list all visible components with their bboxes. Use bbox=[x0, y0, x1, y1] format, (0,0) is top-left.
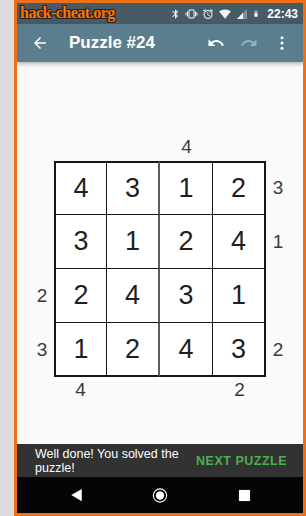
puzzle-content: 443123312412243131243242 bbox=[17, 62, 303, 444]
clue-left-1 bbox=[30, 161, 54, 215]
clue-top-3: 4 bbox=[160, 135, 213, 161]
board-cell-r4c1[interactable]: 1 bbox=[54, 323, 107, 377]
nav-back-button[interactable] bbox=[68, 487, 84, 503]
board-corner-spacer bbox=[266, 377, 290, 403]
board-cell-r2c1[interactable]: 3 bbox=[54, 215, 107, 269]
undo-button[interactable] bbox=[207, 34, 225, 52]
board-cell-r3c2[interactable]: 4 bbox=[107, 269, 160, 323]
board-corner-spacer bbox=[30, 135, 54, 161]
board-cell-r4c3[interactable]: 4 bbox=[160, 323, 213, 377]
nav-back-icon bbox=[70, 488, 83, 502]
board-cell-r4c2[interactable]: 2 bbox=[107, 323, 160, 377]
board-cell-r3c4[interactable]: 1 bbox=[213, 269, 266, 323]
clue-bottom-2 bbox=[107, 377, 160, 403]
board-cell-r1c2[interactable]: 3 bbox=[107, 161, 160, 215]
redo-icon bbox=[240, 34, 258, 52]
wifi-icon bbox=[218, 8, 232, 20]
snackbar-message: Well done! You solved the puzzle! bbox=[35, 447, 196, 475]
board-cell-r4c4[interactable]: 3 bbox=[213, 323, 266, 377]
board-cell-r1c3[interactable]: 1 bbox=[160, 161, 213, 215]
redo-button[interactable] bbox=[240, 34, 258, 52]
clue-top-2 bbox=[107, 135, 160, 161]
vibrate-icon bbox=[185, 8, 198, 20]
battery-icon bbox=[252, 7, 260, 20]
nav-home-icon bbox=[152, 487, 168, 504]
clue-left-2 bbox=[30, 215, 54, 269]
back-button[interactable] bbox=[31, 34, 49, 52]
clue-right-4: 2 bbox=[266, 323, 290, 377]
arrow-back-icon bbox=[31, 34, 49, 52]
nav-recents-icon bbox=[238, 489, 251, 502]
bluetooth-icon bbox=[170, 8, 181, 20]
board-corner-spacer bbox=[30, 377, 54, 403]
board-cell-r3c1[interactable]: 2 bbox=[54, 269, 107, 323]
app-bar: Puzzle #24 bbox=[17, 24, 303, 62]
clue-left-4: 3 bbox=[30, 323, 54, 377]
overflow-menu-icon bbox=[273, 34, 291, 52]
board-cell-r1c4[interactable]: 2 bbox=[213, 161, 266, 215]
board-corner-spacer bbox=[266, 135, 290, 161]
board-cell-r2c2[interactable]: 1 bbox=[107, 215, 160, 269]
snackbar: Well done! You solved the puzzle! NEXT P… bbox=[17, 444, 303, 477]
clue-left-3: 2 bbox=[30, 269, 54, 323]
page-title: Puzzle #24 bbox=[69, 33, 192, 53]
board-cell-r3c3[interactable]: 3 bbox=[160, 269, 213, 323]
clue-top-4 bbox=[213, 135, 266, 161]
next-puzzle-button[interactable]: NEXT PUZZLE bbox=[196, 454, 287, 468]
status-clock: 22:43 bbox=[267, 7, 298, 21]
clue-top-1 bbox=[54, 135, 107, 161]
undo-icon bbox=[207, 34, 225, 52]
board-cell-r2c4[interactable]: 4 bbox=[213, 215, 266, 269]
overflow-menu-button[interactable] bbox=[273, 34, 291, 52]
nav-recents-button[interactable] bbox=[236, 487, 252, 503]
clue-right-3 bbox=[266, 269, 290, 323]
clue-right-1: 3 bbox=[266, 161, 290, 215]
clue-bottom-3 bbox=[160, 377, 213, 403]
nav-home-button[interactable] bbox=[152, 487, 168, 503]
clue-right-2: 1 bbox=[266, 215, 290, 269]
phone-screen: hack-cheat.org 22:43 Puzzle #24 44312331… bbox=[14, 0, 306, 516]
clue-bottom-1: 4 bbox=[54, 377, 107, 403]
cell-signal-icon bbox=[236, 8, 248, 20]
board-cell-r2c3[interactable]: 2 bbox=[160, 215, 213, 269]
board-cell-r1c1[interactable]: 4 bbox=[54, 161, 107, 215]
board: 443123312412243131243242 bbox=[30, 135, 290, 403]
alarm-icon bbox=[202, 8, 214, 20]
android-nav-bar bbox=[17, 477, 303, 513]
clue-bottom-4: 2 bbox=[213, 377, 266, 403]
watermark-text: hack-cheat.org bbox=[20, 4, 115, 22]
